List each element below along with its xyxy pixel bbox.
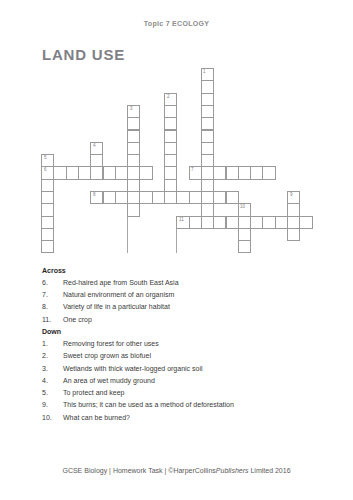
grid-cell <box>127 130 140 143</box>
grid-cell <box>139 191 152 204</box>
clue-text: Sweet crop grown as biofuel <box>63 352 332 359</box>
grid-cell <box>41 191 54 204</box>
grid-cell <box>127 203 140 216</box>
grid-cell <box>201 203 214 216</box>
clue-number: 8. <box>42 303 63 310</box>
across-clue-list: 6.Red-haired ape from South East Asia7.N… <box>42 276 332 325</box>
grid-cell: 7 <box>189 166 202 179</box>
clue-number: 2. <box>42 352 63 359</box>
clue-row: 5.To protect and keep <box>42 387 332 399</box>
page-footer: GCSE Biology | Homework Task | ©HarperCo… <box>0 467 353 474</box>
clue-text: Red-haired ape from South East Asia <box>63 279 332 286</box>
topic-header: Topic 7 ECOLOGY <box>0 20 353 27</box>
grid-cell <box>78 166 91 179</box>
grid-cell <box>176 191 189 204</box>
down-clue-list: 1.Removing forest for other uses2.Sweet … <box>42 338 332 424</box>
clue-row: 7.Natural environment of an organism <box>42 289 332 301</box>
grid-cell <box>41 203 54 216</box>
grid-cell <box>238 166 251 179</box>
clue-text: What can be burned? <box>63 414 332 421</box>
clue-text: To protect and keep <box>63 389 332 396</box>
grid-cell <box>164 154 177 167</box>
clues-section: Across 6.Red-haired ape from South East … <box>42 264 332 423</box>
grid-cell <box>127 154 140 167</box>
clue-row: 9.This burns; it can be used as a method… <box>42 399 332 411</box>
grid-cell <box>164 191 177 204</box>
worksheet-page: Topic 7 ECOLOGY LAND USE 1234567891011 A… <box>0 0 353 500</box>
grid-cell <box>115 166 128 179</box>
grid-cell: 4 <box>90 142 103 155</box>
cell-number: 1 <box>203 69 206 74</box>
grid-cell <box>238 240 251 253</box>
grid-cell <box>250 166 263 179</box>
clue-row: 6.Red-haired ape from South East Asia <box>42 276 332 288</box>
grid-cell <box>201 93 214 106</box>
grid-cell <box>213 166 226 179</box>
grid-cell <box>201 179 214 192</box>
down-heading: Down <box>42 325 332 337</box>
grid-cell <box>201 130 214 143</box>
grid-cell <box>201 80 214 93</box>
clue-number: 7. <box>42 291 63 298</box>
grid-cell <box>66 166 79 179</box>
clue-number: 5. <box>42 389 63 396</box>
stray-grid-line <box>127 216 128 253</box>
grid-cell <box>287 228 300 241</box>
clue-row: 3.Wetlands with thick water-logged organ… <box>42 362 332 374</box>
clue-number: 1. <box>42 340 63 347</box>
grid-cell <box>275 216 288 229</box>
grid-cell <box>201 166 214 179</box>
crossword-grid: 1234567891011 <box>41 68 314 255</box>
grid-cell <box>152 191 165 204</box>
grid-cell <box>213 216 226 229</box>
grid-cell <box>164 130 177 143</box>
grid-cell <box>41 216 54 229</box>
clue-text: Natural environment of an organism <box>63 291 332 298</box>
grid-cell <box>299 216 312 229</box>
grid-cell <box>127 117 140 130</box>
grid-cell <box>164 117 177 130</box>
grid-cell <box>90 166 103 179</box>
grid-cell: 1 <box>201 68 214 81</box>
grid-cell <box>201 142 214 155</box>
grid-cell <box>250 216 263 229</box>
footer-text-suffix: Limited 2016 <box>249 467 291 474</box>
grid-cell <box>41 179 54 192</box>
clue-number: 11. <box>42 316 63 323</box>
grid-cell <box>53 166 66 179</box>
grid-cell <box>238 228 251 241</box>
cell-number: 5 <box>44 155 47 160</box>
grid-cell <box>41 240 54 253</box>
across-heading: Across <box>42 264 332 276</box>
clue-number: 3. <box>42 365 63 372</box>
grid-cell: 11 <box>176 216 189 229</box>
grid-cell <box>103 191 116 204</box>
grid-cell <box>127 142 140 155</box>
clue-text: An area of wet muddy ground <box>63 377 332 384</box>
cell-number: 9 <box>290 192 293 197</box>
clue-row: 1.Removing forest for other uses <box>42 338 332 350</box>
clue-text: Variety of life in a particular habitat <box>63 303 332 310</box>
clue-text: Removing forest for other uses <box>63 340 332 347</box>
clue-row: 4.An area of wet muddy ground <box>42 374 332 386</box>
cell-number: 11 <box>179 217 184 222</box>
cell-number: 6 <box>44 167 47 172</box>
clue-row: 11.One crop <box>42 313 332 325</box>
grid-cell <box>226 191 239 204</box>
grid-cell <box>103 166 116 179</box>
grid-cell <box>164 166 177 179</box>
footer-publisher-italic: Publishers <box>216 467 249 474</box>
cell-number: 7 <box>191 167 194 172</box>
grid-cell <box>201 117 214 130</box>
grid-cell: 5 <box>41 154 54 167</box>
grid-cell: 6 <box>41 166 54 179</box>
clue-text: This burns; it can be used as a method o… <box>63 401 332 408</box>
cell-number: 4 <box>93 143 96 148</box>
cell-number: 8 <box>93 192 96 197</box>
grid-cell <box>287 203 300 216</box>
footer-text: GCSE Biology | Homework Task | ©HarperCo… <box>62 467 215 474</box>
stray-grid-line <box>176 228 177 253</box>
grid-cell: 9 <box>287 191 300 204</box>
grid-cell <box>164 142 177 155</box>
cell-number: 10 <box>240 204 245 209</box>
cell-number: 3 <box>130 106 133 111</box>
grid-cell: 2 <box>164 93 177 106</box>
grid-cell <box>127 179 140 192</box>
clue-text: One crop <box>63 316 332 323</box>
grid-cell <box>238 216 251 229</box>
cell-number: 2 <box>167 94 170 99</box>
grid-cell <box>127 191 140 204</box>
grid-cell <box>201 216 214 229</box>
grid-cell <box>189 191 202 204</box>
page-title: LAND USE <box>42 46 125 63</box>
grid-cell <box>164 179 177 192</box>
grid-cell <box>189 216 202 229</box>
grid-cell <box>262 166 275 179</box>
grid-cell <box>115 191 128 204</box>
clue-number: 9. <box>42 401 63 408</box>
grid-cell <box>41 228 54 241</box>
grid-cell <box>127 166 140 179</box>
grid-cell: 10 <box>238 203 251 216</box>
clue-number: 4. <box>42 377 63 384</box>
clue-row: 10.What can be burned? <box>42 411 332 423</box>
clue-number: 6. <box>42 279 63 286</box>
grid-cell <box>201 191 214 204</box>
clue-row: 8.Variety of life in a particular habita… <box>42 301 332 313</box>
grid-cell <box>201 105 214 118</box>
clue-row: 2.Sweet crop grown as biofuel <box>42 350 332 362</box>
grid-cell <box>262 216 275 229</box>
grid-cell <box>164 105 177 118</box>
grid-cell <box>226 166 239 179</box>
grid-cell <box>226 216 239 229</box>
grid-cell <box>139 166 152 179</box>
grid-cell: 3 <box>127 105 140 118</box>
grid-cell <box>90 154 103 167</box>
grid-cell <box>201 154 214 167</box>
clue-text: Wetlands with thick water-logged organic… <box>63 365 332 372</box>
clue-number: 10. <box>42 414 63 421</box>
grid-cell: 8 <box>90 191 103 204</box>
grid-cell <box>287 216 300 229</box>
grid-cell <box>213 191 226 204</box>
